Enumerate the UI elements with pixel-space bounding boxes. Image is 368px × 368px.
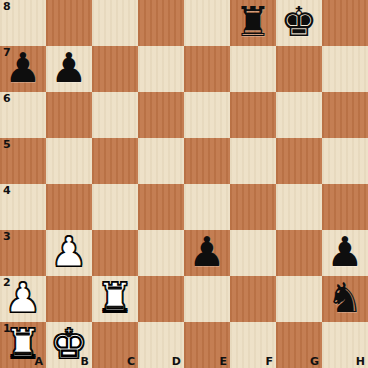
square-a5[interactable]: 5 xyxy=(0,138,46,184)
file-label-e: E xyxy=(219,355,227,368)
square-g7[interactable] xyxy=(276,46,322,92)
file-label-b: B xyxy=(81,355,89,368)
black-pawn-h3[interactable]: ♟ xyxy=(327,229,364,275)
file-label-f: F xyxy=(265,355,273,368)
square-a1[interactable]: 1A♜ xyxy=(0,322,46,368)
square-d7[interactable] xyxy=(138,46,184,92)
square-h6[interactable] xyxy=(322,92,368,138)
square-d3[interactable] xyxy=(138,230,184,276)
square-g8[interactable]: ♚ xyxy=(276,0,322,46)
square-g4[interactable] xyxy=(276,184,322,230)
square-f6[interactable] xyxy=(230,92,276,138)
square-e1[interactable]: E xyxy=(184,322,230,368)
black-pawn-e3[interactable]: ♟ xyxy=(189,229,226,275)
black-rook-f8[interactable]: ♜ xyxy=(235,0,272,45)
square-c6[interactable] xyxy=(92,92,138,138)
file-label-c: C xyxy=(127,355,135,368)
square-b5[interactable] xyxy=(46,138,92,184)
square-b4[interactable] xyxy=(46,184,92,230)
square-e6[interactable] xyxy=(184,92,230,138)
square-h3[interactable]: ♟ xyxy=(322,230,368,276)
square-c3[interactable] xyxy=(92,230,138,276)
square-d4[interactable] xyxy=(138,184,184,230)
white-pawn-b3[interactable]: ♟ xyxy=(51,229,88,275)
square-f8[interactable]: ♜ xyxy=(230,0,276,46)
square-f3[interactable] xyxy=(230,230,276,276)
square-e4[interactable] xyxy=(184,184,230,230)
square-f7[interactable] xyxy=(230,46,276,92)
square-g2[interactable] xyxy=(276,276,322,322)
file-label-d: D xyxy=(172,355,181,368)
square-g5[interactable] xyxy=(276,138,322,184)
square-c2[interactable]: ♜ xyxy=(92,276,138,322)
rank-label-3: 3 xyxy=(3,230,11,243)
square-h8[interactable] xyxy=(322,0,368,46)
square-f5[interactable] xyxy=(230,138,276,184)
square-b8[interactable] xyxy=(46,0,92,46)
black-king-g8[interactable]: ♚ xyxy=(281,0,318,45)
rank-label-4: 4 xyxy=(3,184,11,197)
file-label-a: A xyxy=(34,355,43,368)
square-c8[interactable] xyxy=(92,0,138,46)
square-a6[interactable]: 6 xyxy=(0,92,46,138)
square-d5[interactable] xyxy=(138,138,184,184)
square-c7[interactable] xyxy=(92,46,138,92)
rank-label-5: 5 xyxy=(3,138,11,151)
square-c5[interactable] xyxy=(92,138,138,184)
square-d6[interactable] xyxy=(138,92,184,138)
square-g3[interactable] xyxy=(276,230,322,276)
black-knight-h2[interactable]: ♞ xyxy=(327,275,364,321)
square-g6[interactable] xyxy=(276,92,322,138)
rank-label-2: 2 xyxy=(3,276,11,289)
square-h5[interactable] xyxy=(322,138,368,184)
rank-label-6: 6 xyxy=(3,92,11,105)
square-b6[interactable] xyxy=(46,92,92,138)
file-label-g: G xyxy=(310,355,319,368)
square-a4[interactable]: 4 xyxy=(0,184,46,230)
square-a7[interactable]: 7♟ xyxy=(0,46,46,92)
square-e5[interactable] xyxy=(184,138,230,184)
square-h1[interactable]: H xyxy=(322,322,368,368)
square-a8[interactable]: 8 xyxy=(0,0,46,46)
square-a2[interactable]: 2♟ xyxy=(0,276,46,322)
square-b2[interactable] xyxy=(46,276,92,322)
square-e3[interactable]: ♟ xyxy=(184,230,230,276)
square-e2[interactable] xyxy=(184,276,230,322)
square-h7[interactable] xyxy=(322,46,368,92)
rank-label-7: 7 xyxy=(3,46,11,59)
white-rook-c2[interactable]: ♜ xyxy=(97,275,134,321)
square-b1[interactable]: B♚ xyxy=(46,322,92,368)
black-pawn-b7[interactable]: ♟ xyxy=(51,45,88,91)
rank-label-1: 1 xyxy=(3,322,11,335)
chess-board: 8♜♚7♟♟6543♟♟♟2♟♜♞1A♜B♚CDEFGH xyxy=(0,0,368,368)
file-label-h: H xyxy=(356,355,365,368)
square-b7[interactable]: ♟ xyxy=(46,46,92,92)
rank-label-8: 8 xyxy=(3,0,11,13)
square-c1[interactable]: C xyxy=(92,322,138,368)
square-f2[interactable] xyxy=(230,276,276,322)
square-a3[interactable]: 3 xyxy=(0,230,46,276)
square-d2[interactable] xyxy=(138,276,184,322)
square-d1[interactable]: D xyxy=(138,322,184,368)
square-h2[interactable]: ♞ xyxy=(322,276,368,322)
square-h4[interactable] xyxy=(322,184,368,230)
square-g1[interactable]: G xyxy=(276,322,322,368)
square-d8[interactable] xyxy=(138,0,184,46)
square-b3[interactable]: ♟ xyxy=(46,230,92,276)
square-f1[interactable]: F xyxy=(230,322,276,368)
square-e7[interactable] xyxy=(184,46,230,92)
square-f4[interactable] xyxy=(230,184,276,230)
square-c4[interactable] xyxy=(92,184,138,230)
square-e8[interactable] xyxy=(184,0,230,46)
